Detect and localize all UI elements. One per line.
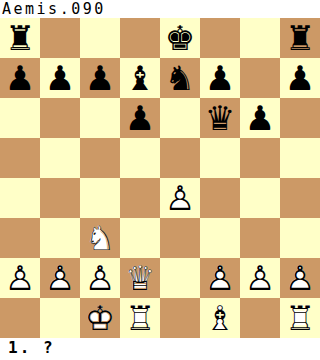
piece-white-queen: ♛♕ <box>120 258 160 298</box>
square-h3[interactable] <box>280 218 320 258</box>
square-a5[interactable] <box>0 138 40 178</box>
square-g2[interactable]: ♟♙ <box>240 258 280 298</box>
square-f5[interactable] <box>200 138 240 178</box>
piece-white-rook: ♜♖ <box>280 298 320 338</box>
piece-outline-layer: ♙ <box>200 258 240 298</box>
piece-outline-layer: ♗ <box>200 298 240 338</box>
piece-black-pawn: ♟ <box>240 98 280 138</box>
square-h2[interactable]: ♟♙ <box>280 258 320 298</box>
square-a8[interactable]: ♜ <box>0 18 40 58</box>
piece-black-pawn: ♟ <box>80 58 120 98</box>
square-c5[interactable] <box>80 138 120 178</box>
square-f6[interactable]: ♛ <box>200 98 240 138</box>
square-g3[interactable] <box>240 218 280 258</box>
square-d8[interactable] <box>120 18 160 58</box>
square-e5[interactable] <box>160 138 200 178</box>
square-b1[interactable] <box>40 298 80 338</box>
square-c4[interactable] <box>80 178 120 218</box>
square-h1[interactable]: ♜♖ <box>280 298 320 338</box>
piece-outline-layer: ♙ <box>280 258 320 298</box>
square-d6[interactable]: ♟ <box>120 98 160 138</box>
square-d5[interactable] <box>120 138 160 178</box>
piece-black-knight: ♞ <box>160 58 200 98</box>
square-e8[interactable]: ♚ <box>160 18 200 58</box>
square-b6[interactable] <box>40 98 80 138</box>
piece-outline-layer: ♙ <box>80 258 120 298</box>
square-a4[interactable] <box>0 178 40 218</box>
square-g5[interactable] <box>240 138 280 178</box>
piece-outline-layer: ♘ <box>80 218 120 258</box>
square-h8[interactable]: ♜ <box>280 18 320 58</box>
square-f4[interactable] <box>200 178 240 218</box>
piece-outline-layer: ♙ <box>160 178 200 218</box>
piece-white-rook: ♜♖ <box>120 298 160 338</box>
square-a3[interactable] <box>0 218 40 258</box>
piece-black-pawn: ♟ <box>0 58 40 98</box>
square-f1[interactable]: ♝♗ <box>200 298 240 338</box>
piece-black-rook: ♜ <box>0 18 40 58</box>
piece-outline-layer: ♔ <box>80 298 120 338</box>
piece-outline-layer: ♙ <box>0 258 40 298</box>
square-c7[interactable]: ♟ <box>80 58 120 98</box>
square-b2[interactable]: ♟♙ <box>40 258 80 298</box>
piece-outline-layer: ♙ <box>40 258 80 298</box>
move-prompt: 1. ? <box>0 338 320 360</box>
square-a7[interactable]: ♟ <box>0 58 40 98</box>
piece-white-pawn: ♟♙ <box>240 258 280 298</box>
square-c1[interactable]: ♚♔ <box>80 298 120 338</box>
piece-outline-layer: ♙ <box>240 258 280 298</box>
piece-black-king: ♚ <box>160 18 200 58</box>
square-f2[interactable]: ♟♙ <box>200 258 240 298</box>
piece-outline-layer: ♖ <box>280 298 320 338</box>
piece-black-pawn: ♟ <box>200 58 240 98</box>
square-f3[interactable] <box>200 218 240 258</box>
square-d1[interactable]: ♜♖ <box>120 298 160 338</box>
piece-black-queen: ♛ <box>200 98 240 138</box>
chess-board: ♜♚♜♟♟♟♝♞♟♟♟♛♟♟♙♞♘♟♙♟♙♟♙♛♕♟♙♟♙♟♙♚♔♜♖♝♗♜♖ <box>0 18 320 338</box>
square-g4[interactable] <box>240 178 280 218</box>
square-c8[interactable] <box>80 18 120 58</box>
piece-black-bishop: ♝ <box>120 58 160 98</box>
square-g8[interactable] <box>240 18 280 58</box>
piece-outline-layer: ♖ <box>120 298 160 338</box>
square-h7[interactable]: ♟ <box>280 58 320 98</box>
square-h4[interactable] <box>280 178 320 218</box>
square-e7[interactable]: ♞ <box>160 58 200 98</box>
square-d2[interactable]: ♛♕ <box>120 258 160 298</box>
piece-black-rook: ♜ <box>280 18 320 58</box>
square-e4[interactable]: ♟♙ <box>160 178 200 218</box>
square-g7[interactable] <box>240 58 280 98</box>
square-d7[interactable]: ♝ <box>120 58 160 98</box>
square-b4[interactable] <box>40 178 80 218</box>
square-e3[interactable] <box>160 218 200 258</box>
square-e6[interactable] <box>160 98 200 138</box>
piece-white-bishop: ♝♗ <box>200 298 240 338</box>
piece-white-pawn: ♟♙ <box>80 258 120 298</box>
piece-black-pawn: ♟ <box>120 98 160 138</box>
square-d4[interactable] <box>120 178 160 218</box>
square-b5[interactable] <box>40 138 80 178</box>
square-g1[interactable] <box>240 298 280 338</box>
square-h5[interactable] <box>280 138 320 178</box>
piece-black-pawn: ♟ <box>280 58 320 98</box>
square-b3[interactable] <box>40 218 80 258</box>
piece-outline-layer: ♕ <box>120 258 160 298</box>
square-a6[interactable] <box>0 98 40 138</box>
square-a1[interactable] <box>0 298 40 338</box>
piece-white-pawn: ♟♙ <box>200 258 240 298</box>
square-e1[interactable] <box>160 298 200 338</box>
square-d3[interactable] <box>120 218 160 258</box>
square-c3[interactable]: ♞♘ <box>80 218 120 258</box>
piece-black-pawn: ♟ <box>40 58 80 98</box>
square-g6[interactable]: ♟ <box>240 98 280 138</box>
square-a2[interactable]: ♟♙ <box>0 258 40 298</box>
piece-white-pawn: ♟♙ <box>40 258 80 298</box>
piece-white-pawn: ♟♙ <box>0 258 40 298</box>
square-c6[interactable] <box>80 98 120 138</box>
piece-white-pawn: ♟♙ <box>160 178 200 218</box>
square-h6[interactable] <box>280 98 320 138</box>
window-title: Aemis.090 <box>0 0 320 18</box>
square-e2[interactable] <box>160 258 200 298</box>
square-c2[interactable]: ♟♙ <box>80 258 120 298</box>
piece-white-king: ♚♔ <box>80 298 120 338</box>
piece-white-pawn: ♟♙ <box>280 258 320 298</box>
square-b7[interactable]: ♟ <box>40 58 80 98</box>
square-b8[interactable] <box>40 18 80 58</box>
square-f7[interactable]: ♟ <box>200 58 240 98</box>
piece-white-knight: ♞♘ <box>80 218 120 258</box>
square-f8[interactable] <box>200 18 240 58</box>
